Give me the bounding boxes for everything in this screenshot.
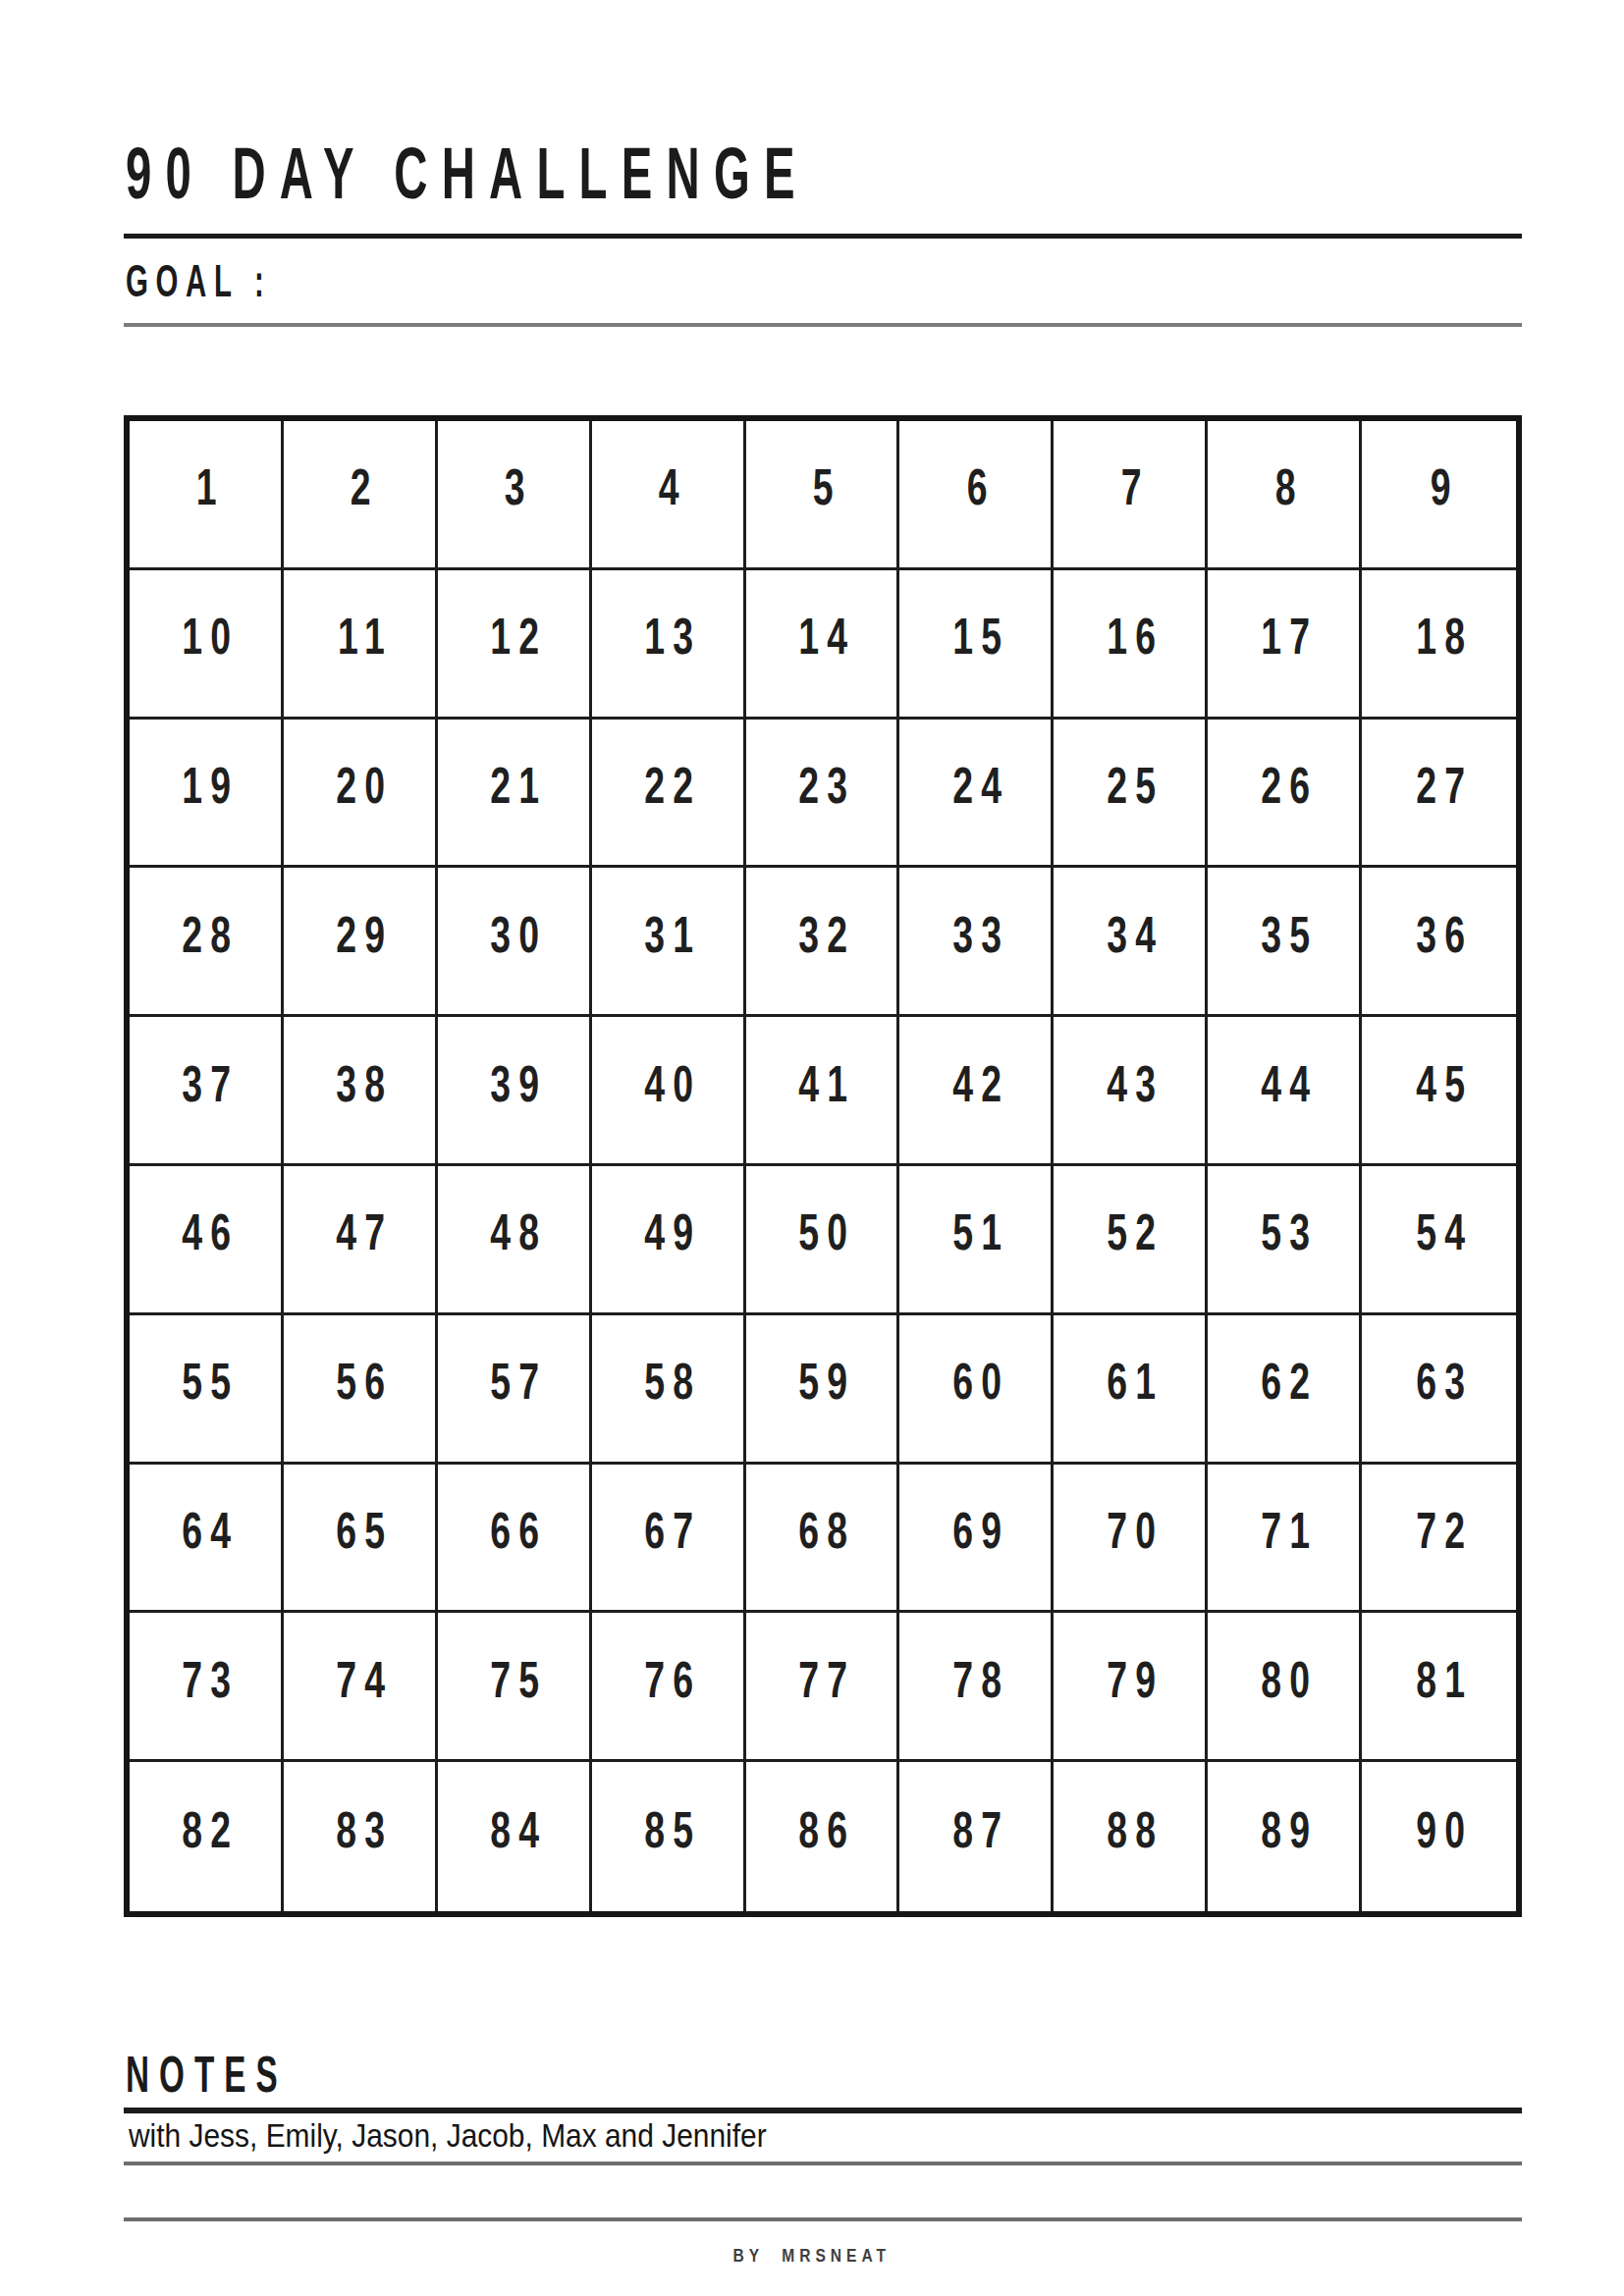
- footer-brand: MRSNEAT: [782, 2245, 891, 2266]
- day-number: 52: [1107, 1206, 1164, 1257]
- day-cell: 16: [1054, 570, 1208, 720]
- day-number: 34: [1107, 909, 1164, 960]
- day-number: 10: [183, 611, 240, 662]
- day-number: 76: [644, 1654, 701, 1705]
- day-number: 8: [1274, 461, 1303, 512]
- day-number: 5: [813, 461, 841, 512]
- day-number: 18: [1416, 611, 1473, 662]
- day-cell: 34: [1054, 868, 1208, 1017]
- day-cell: 17: [1208, 570, 1362, 720]
- day-cell: 60: [899, 1315, 1054, 1465]
- day-number: 65: [336, 1505, 393, 1556]
- day-number: 40: [644, 1058, 701, 1109]
- day-cell: 77: [746, 1613, 900, 1762]
- day-cell: 10: [130, 570, 284, 720]
- day-number: 14: [798, 611, 855, 662]
- day-cell: 62: [1208, 1315, 1362, 1465]
- day-number: 22: [644, 760, 701, 811]
- notes-label: NOTES: [126, 2049, 288, 2100]
- day-cell: 74: [284, 1613, 438, 1762]
- day-number: 60: [952, 1356, 1009, 1407]
- day-cell: 64: [130, 1465, 284, 1614]
- day-number: 9: [1431, 461, 1459, 512]
- day-number: 88: [1107, 1804, 1164, 1855]
- day-cell: 13: [592, 570, 746, 720]
- day-number: 77: [798, 1654, 855, 1705]
- day-number: 54: [1416, 1206, 1473, 1257]
- day-cell: 80: [1208, 1613, 1362, 1762]
- title-underline: [124, 234, 1522, 239]
- day-cell: 51: [899, 1166, 1054, 1315]
- day-number: 19: [183, 760, 240, 811]
- day-number: 3: [505, 461, 533, 512]
- day-number: 64: [183, 1505, 240, 1556]
- day-number: 24: [952, 760, 1009, 811]
- day-number: 45: [1416, 1058, 1473, 1109]
- day-cell: 46: [130, 1166, 284, 1315]
- day-number: 13: [644, 611, 701, 662]
- day-cell: 22: [592, 720, 746, 869]
- day-cell: 15: [899, 570, 1054, 720]
- day-number: 23: [798, 760, 855, 811]
- day-number: 21: [490, 760, 547, 811]
- day-cell: 73: [130, 1613, 284, 1762]
- day-cell: 68: [746, 1465, 900, 1614]
- day-number: 29: [336, 909, 393, 960]
- day-number: 4: [659, 461, 687, 512]
- day-number: 66: [490, 1505, 547, 1556]
- day-cell: 18: [1362, 570, 1516, 720]
- goal-underline: [124, 323, 1522, 327]
- day-cell: 70: [1054, 1465, 1208, 1614]
- day-number: 79: [1107, 1654, 1164, 1705]
- day-cell: 48: [438, 1166, 592, 1315]
- day-number: 16: [1107, 611, 1164, 662]
- day-number: 11: [338, 611, 393, 662]
- day-number: 90: [1416, 1804, 1473, 1855]
- day-number: 31: [644, 909, 701, 960]
- day-cell: 66: [438, 1465, 592, 1614]
- day-number: 42: [952, 1058, 1009, 1109]
- day-number: 27: [1416, 760, 1473, 811]
- day-number: 39: [490, 1058, 547, 1109]
- day-number: 71: [1261, 1505, 1318, 1556]
- day-cell: 42: [899, 1017, 1054, 1166]
- day-cell: 37: [130, 1017, 284, 1166]
- day-number: 12: [490, 611, 547, 662]
- day-number: 33: [952, 909, 1009, 960]
- day-cell: 82: [130, 1762, 284, 1911]
- day-cell: 9: [1362, 421, 1516, 570]
- day-number: 59: [798, 1356, 855, 1407]
- day-number: 68: [798, 1505, 855, 1556]
- day-cell: 84: [438, 1762, 592, 1911]
- day-cell: 29: [284, 868, 438, 1017]
- day-number: 50: [798, 1206, 855, 1257]
- day-cell: 85: [592, 1762, 746, 1911]
- day-number: 63: [1416, 1356, 1473, 1407]
- day-number: 25: [1107, 760, 1164, 811]
- day-number: 32: [798, 909, 855, 960]
- day-number: 49: [644, 1206, 701, 1257]
- day-number: 55: [183, 1356, 240, 1407]
- day-number: 17: [1261, 611, 1318, 662]
- day-cell: 5: [746, 421, 900, 570]
- day-cell: 19: [130, 720, 284, 869]
- day-cell: 55: [130, 1315, 284, 1465]
- day-cell: 49: [592, 1166, 746, 1315]
- day-cell: 30: [438, 868, 592, 1017]
- notes-top-rule: [124, 2108, 1522, 2113]
- day-number: 46: [183, 1206, 240, 1257]
- day-cell: 47: [284, 1166, 438, 1315]
- day-cell: 35: [1208, 868, 1362, 1017]
- day-cell: 54: [1362, 1166, 1516, 1315]
- day-cell: 59: [746, 1315, 900, 1465]
- challenge-sheet: 90 DAY CHALLENGE GOAL : 1234567891011121…: [0, 0, 1624, 2296]
- footer-by-label: BY: [733, 2245, 765, 2266]
- day-number: 83: [336, 1804, 393, 1855]
- day-cell: 32: [746, 868, 900, 1017]
- day-number: 1: [196, 461, 225, 512]
- day-number: 75: [490, 1654, 547, 1705]
- day-cell: 79: [1054, 1613, 1208, 1762]
- day-number: 44: [1261, 1058, 1318, 1109]
- day-cell: 6: [899, 421, 1054, 570]
- day-cell: 53: [1208, 1166, 1362, 1315]
- day-number: 81: [1416, 1654, 1473, 1705]
- day-cell: 4: [592, 421, 746, 570]
- day-number: 51: [952, 1206, 1009, 1257]
- day-number: 2: [351, 461, 379, 512]
- day-cell: 31: [592, 868, 746, 1017]
- day-number: 38: [336, 1058, 393, 1109]
- day-cell: 28: [130, 868, 284, 1017]
- day-number: 15: [952, 611, 1009, 662]
- day-number: 87: [952, 1804, 1009, 1855]
- day-cell: 52: [1054, 1166, 1208, 1315]
- day-cell: 14: [746, 570, 900, 720]
- day-cell: 7: [1054, 421, 1208, 570]
- day-cell: 23: [746, 720, 900, 869]
- day-number: 61: [1107, 1356, 1164, 1407]
- day-number: 28: [183, 909, 240, 960]
- day-cell: 89: [1208, 1762, 1362, 1911]
- day-cell: 39: [438, 1017, 592, 1166]
- goal-write-in-area: [314, 250, 1522, 319]
- day-cell: 76: [592, 1613, 746, 1762]
- goal-label: GOAL :: [126, 258, 271, 303]
- day-cell: 12: [438, 570, 592, 720]
- day-number: 53: [1261, 1206, 1318, 1257]
- day-cell: 36: [1362, 868, 1516, 1017]
- day-number: 26: [1261, 760, 1318, 811]
- day-cell: 21: [438, 720, 592, 869]
- notes-line-2: [124, 2217, 1522, 2221]
- day-number: 56: [336, 1356, 393, 1407]
- day-number: 73: [183, 1654, 240, 1705]
- day-cell: 78: [899, 1613, 1054, 1762]
- day-cell: 90: [1362, 1762, 1516, 1911]
- day-number: 37: [183, 1058, 240, 1109]
- day-cell: 1: [130, 421, 284, 570]
- day-number: 72: [1416, 1505, 1473, 1556]
- day-number: 41: [798, 1058, 855, 1109]
- day-number: 80: [1261, 1654, 1318, 1705]
- day-number: 6: [967, 461, 996, 512]
- day-number: 7: [1120, 461, 1149, 512]
- day-cell: 57: [438, 1315, 592, 1465]
- day-number: 47: [336, 1206, 393, 1257]
- day-cell: 86: [746, 1762, 900, 1911]
- day-cell: 71: [1208, 1465, 1362, 1614]
- day-cell: 2: [284, 421, 438, 570]
- footer: BYMRSNEAT: [0, 2246, 1624, 2266]
- day-number: 70: [1107, 1505, 1164, 1556]
- day-cell: 33: [899, 868, 1054, 1017]
- day-cell: 50: [746, 1166, 900, 1315]
- notes-line-1: [124, 2162, 1522, 2165]
- day-cell: 61: [1054, 1315, 1208, 1465]
- day-cell: 20: [284, 720, 438, 869]
- day-cell: 58: [592, 1315, 746, 1465]
- day-grid: 1234567891011121314151617181920212223242…: [124, 415, 1522, 1917]
- day-number: 36: [1416, 909, 1473, 960]
- page-title: 90 DAY CHALLENGE: [126, 137, 809, 210]
- day-cell: 75: [438, 1613, 592, 1762]
- day-cell: 43: [1054, 1017, 1208, 1166]
- day-cell: 88: [1054, 1762, 1208, 1911]
- day-number: 86: [798, 1804, 855, 1855]
- day-number: 20: [336, 760, 393, 811]
- day-cell: 38: [284, 1017, 438, 1166]
- day-cell: 25: [1054, 720, 1208, 869]
- day-cell: 40: [592, 1017, 746, 1166]
- day-cell: 44: [1208, 1017, 1362, 1166]
- day-number: 84: [490, 1804, 547, 1855]
- day-number: 85: [644, 1804, 701, 1855]
- day-cell: 45: [1362, 1017, 1516, 1166]
- day-number: 69: [952, 1505, 1009, 1556]
- day-number: 82: [183, 1804, 240, 1855]
- day-number: 30: [490, 909, 547, 960]
- day-cell: 67: [592, 1465, 746, 1614]
- day-cell: 65: [284, 1465, 438, 1614]
- day-cell: 8: [1208, 421, 1362, 570]
- day-cell: 83: [284, 1762, 438, 1911]
- day-cell: 3: [438, 421, 592, 570]
- day-cell: 24: [899, 720, 1054, 869]
- day-cell: 11: [284, 570, 438, 720]
- day-number: 57: [490, 1356, 547, 1407]
- day-cell: 69: [899, 1465, 1054, 1614]
- day-cell: 72: [1362, 1465, 1516, 1614]
- day-cell: 56: [284, 1315, 438, 1465]
- day-number: 74: [336, 1654, 393, 1705]
- day-cell: 27: [1362, 720, 1516, 869]
- day-number: 58: [644, 1356, 701, 1407]
- day-cell: 41: [746, 1017, 900, 1166]
- day-number: 62: [1261, 1356, 1318, 1407]
- day-cell: 63: [1362, 1315, 1516, 1465]
- notes-text: with Jess, Emily, Jason, Jacob, Max and …: [129, 2117, 767, 2154]
- day-cell: 26: [1208, 720, 1362, 869]
- day-cell: 87: [899, 1762, 1054, 1911]
- day-number: 48: [490, 1206, 547, 1257]
- day-number: 78: [952, 1654, 1009, 1705]
- day-number: 89: [1261, 1804, 1318, 1855]
- day-number: 67: [644, 1505, 701, 1556]
- day-number: 35: [1261, 909, 1318, 960]
- day-cell: 81: [1362, 1613, 1516, 1762]
- day-number: 43: [1107, 1058, 1164, 1109]
